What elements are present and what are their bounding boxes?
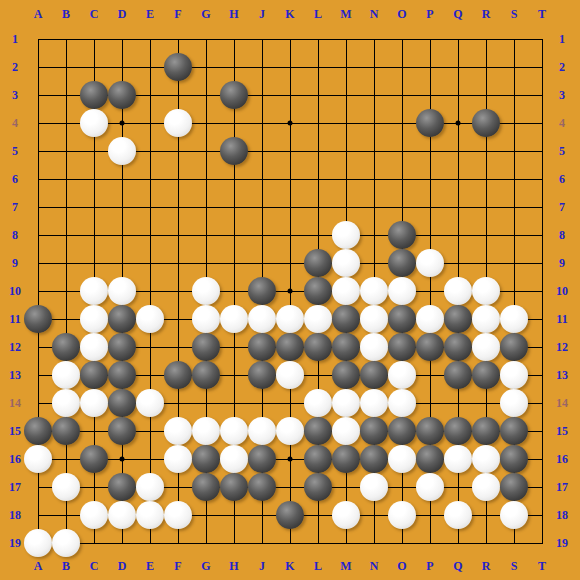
row-label-left-13: 13 <box>9 368 21 383</box>
stone-white-B19[interactable] <box>52 529 80 557</box>
stone-white-O13[interactable] <box>388 361 416 389</box>
col-label-bottom-E: E <box>146 559 154 574</box>
stone-white-M10[interactable] <box>332 277 360 305</box>
stone-black-A15[interactable] <box>24 417 52 445</box>
stone-black-O11[interactable] <box>388 305 416 333</box>
stone-black-L12[interactable] <box>304 333 332 361</box>
stone-white-G10[interactable] <box>192 277 220 305</box>
stone-black-G16[interactable] <box>192 445 220 473</box>
row-label-left-15: 15 <box>9 424 21 439</box>
row-label-right-15: 15 <box>556 424 568 439</box>
row-label-right-12: 12 <box>556 340 568 355</box>
stone-black-D15[interactable] <box>108 417 136 445</box>
stone-white-A16[interactable] <box>24 445 52 473</box>
stone-black-M13[interactable] <box>332 361 360 389</box>
row-label-left-12: 12 <box>9 340 21 355</box>
stone-black-K18[interactable] <box>276 501 304 529</box>
stone-white-F4[interactable] <box>164 109 192 137</box>
stone-white-G15[interactable] <box>192 417 220 445</box>
row-label-left-19: 19 <box>9 536 21 551</box>
col-label-top-R: R <box>482 7 491 22</box>
stone-black-N13[interactable] <box>360 361 388 389</box>
col-label-top-Q: Q <box>453 7 462 22</box>
stone-white-F16[interactable] <box>164 445 192 473</box>
star-point-Q4 <box>456 121 461 126</box>
stone-white-B17[interactable] <box>52 473 80 501</box>
stone-black-L17[interactable] <box>304 473 332 501</box>
stone-white-H11[interactable] <box>220 305 248 333</box>
stone-black-M12[interactable] <box>332 333 360 361</box>
col-label-top-J: J <box>259 7 265 22</box>
row-label-right-17: 17 <box>556 480 568 495</box>
stone-white-S11[interactable] <box>500 305 528 333</box>
stone-black-M16[interactable] <box>332 445 360 473</box>
stone-white-M9[interactable] <box>332 249 360 277</box>
stone-black-K12[interactable] <box>276 333 304 361</box>
stone-black-N16[interactable] <box>360 445 388 473</box>
col-label-top-C: C <box>90 7 99 22</box>
col-label-top-L: L <box>314 7 322 22</box>
stone-black-Q15[interactable] <box>444 417 472 445</box>
row-label-right-8: 8 <box>559 228 565 243</box>
col-label-bottom-B: B <box>62 559 70 574</box>
col-label-bottom-J: J <box>259 559 265 574</box>
stone-black-D17[interactable] <box>108 473 136 501</box>
stone-white-N10[interactable] <box>360 277 388 305</box>
stone-white-R12[interactable] <box>472 333 500 361</box>
stone-white-L14[interactable] <box>304 389 332 417</box>
stone-white-H16[interactable] <box>220 445 248 473</box>
col-label-top-K: K <box>285 7 294 22</box>
stone-black-D11[interactable] <box>108 305 136 333</box>
stone-black-C16[interactable] <box>80 445 108 473</box>
stone-black-H5[interactable] <box>220 137 248 165</box>
row-label-left-11: 11 <box>9 312 20 327</box>
col-label-bottom-T: T <box>538 559 546 574</box>
row-label-right-14: 14 <box>556 396 568 411</box>
stone-white-P11[interactable] <box>416 305 444 333</box>
stone-white-G11[interactable] <box>192 305 220 333</box>
stone-black-L16[interactable] <box>304 445 332 473</box>
col-label-bottom-G: G <box>201 559 210 574</box>
col-label-bottom-A: A <box>34 559 43 574</box>
row-label-left-5: 5 <box>12 144 18 159</box>
stone-white-C10[interactable] <box>80 277 108 305</box>
stone-white-N11[interactable] <box>360 305 388 333</box>
col-label-top-E: E <box>146 7 154 22</box>
stone-white-M8[interactable] <box>332 221 360 249</box>
stone-black-O8[interactable] <box>388 221 416 249</box>
stone-white-F15[interactable] <box>164 417 192 445</box>
stone-white-B13[interactable] <box>52 361 80 389</box>
stone-black-Q13[interactable] <box>444 361 472 389</box>
stone-black-D13[interactable] <box>108 361 136 389</box>
stone-white-S14[interactable] <box>500 389 528 417</box>
row-label-left-9: 9 <box>12 256 18 271</box>
stone-white-E11[interactable] <box>136 305 164 333</box>
stone-white-K15[interactable] <box>276 417 304 445</box>
col-label-bottom-K: K <box>285 559 294 574</box>
col-label-top-S: S <box>511 7 518 22</box>
row-label-right-7: 7 <box>559 200 565 215</box>
stone-black-S16[interactable] <box>500 445 528 473</box>
col-label-bottom-S: S <box>511 559 518 574</box>
stone-black-O15[interactable] <box>388 417 416 445</box>
stone-white-M14[interactable] <box>332 389 360 417</box>
row-label-right-1: 1 <box>559 32 565 47</box>
go-board[interactable]: AABBCCDDEEFFGGHHJJKKLLMMNNOOPPQQRRSSTT11… <box>0 0 580 580</box>
stone-white-A19[interactable] <box>24 529 52 557</box>
stone-black-G17[interactable] <box>192 473 220 501</box>
stone-black-R4[interactable] <box>472 109 500 137</box>
row-label-right-18: 18 <box>556 508 568 523</box>
stone-black-S17[interactable] <box>500 473 528 501</box>
stone-white-N12[interactable] <box>360 333 388 361</box>
row-label-right-6: 6 <box>559 172 565 187</box>
col-label-bottom-C: C <box>90 559 99 574</box>
stone-black-A11[interactable] <box>24 305 52 333</box>
col-label-bottom-P: P <box>426 559 433 574</box>
row-label-right-16: 16 <box>556 452 568 467</box>
stone-white-O14[interactable] <box>388 389 416 417</box>
stone-white-N14[interactable] <box>360 389 388 417</box>
stone-white-F18[interactable] <box>164 501 192 529</box>
row-label-left-16: 16 <box>9 452 21 467</box>
stone-black-L10[interactable] <box>304 277 332 305</box>
col-label-top-F: F <box>174 7 181 22</box>
stone-white-C18[interactable] <box>80 501 108 529</box>
stone-white-R10[interactable] <box>472 277 500 305</box>
stone-black-Q11[interactable] <box>444 305 472 333</box>
row-label-left-2: 2 <box>12 60 18 75</box>
row-label-left-10: 10 <box>9 284 21 299</box>
row-label-left-17: 17 <box>9 480 21 495</box>
row-label-right-9: 9 <box>559 256 565 271</box>
stone-black-H17[interactable] <box>220 473 248 501</box>
stone-white-E18[interactable] <box>136 501 164 529</box>
stone-black-M11[interactable] <box>332 305 360 333</box>
stone-black-P16[interactable] <box>416 445 444 473</box>
stone-white-O18[interactable] <box>388 501 416 529</box>
stone-white-D5[interactable] <box>108 137 136 165</box>
stone-white-E17[interactable] <box>136 473 164 501</box>
col-label-bottom-L: L <box>314 559 322 574</box>
stone-white-Q16[interactable] <box>444 445 472 473</box>
col-label-top-T: T <box>538 7 546 22</box>
stone-white-E14[interactable] <box>136 389 164 417</box>
stone-black-Q12[interactable] <box>444 333 472 361</box>
col-label-bottom-R: R <box>482 559 491 574</box>
stone-white-R11[interactable] <box>472 305 500 333</box>
stone-black-G12[interactable] <box>192 333 220 361</box>
col-label-bottom-N: N <box>370 559 379 574</box>
stone-white-P17[interactable] <box>416 473 444 501</box>
stone-white-D10[interactable] <box>108 277 136 305</box>
stone-white-Q18[interactable] <box>444 501 472 529</box>
stone-black-P12[interactable] <box>416 333 444 361</box>
star-point-K10 <box>288 289 293 294</box>
stone-black-C13[interactable] <box>80 361 108 389</box>
stone-black-G13[interactable] <box>192 361 220 389</box>
stone-white-C14[interactable] <box>80 389 108 417</box>
stone-black-N15[interactable] <box>360 417 388 445</box>
stone-black-S15[interactable] <box>500 417 528 445</box>
col-label-top-A: A <box>34 7 43 22</box>
row-label-left-8: 8 <box>12 228 18 243</box>
stone-black-B12[interactable] <box>52 333 80 361</box>
stone-black-S12[interactable] <box>500 333 528 361</box>
stone-black-D14[interactable] <box>108 389 136 417</box>
stone-black-O12[interactable] <box>388 333 416 361</box>
stone-white-N17[interactable] <box>360 473 388 501</box>
stone-white-J11[interactable] <box>248 305 276 333</box>
stone-white-J15[interactable] <box>248 417 276 445</box>
col-label-bottom-M: M <box>340 559 351 574</box>
star-point-K16 <box>288 457 293 462</box>
col-label-top-B: B <box>62 7 70 22</box>
stone-black-C3[interactable] <box>80 81 108 109</box>
col-label-bottom-O: O <box>397 559 406 574</box>
stone-black-H3[interactable] <box>220 81 248 109</box>
stone-white-K11[interactable] <box>276 305 304 333</box>
stone-black-R13[interactable] <box>472 361 500 389</box>
stone-black-J10[interactable] <box>248 277 276 305</box>
stone-white-M18[interactable] <box>332 501 360 529</box>
row-label-left-7: 7 <box>12 200 18 215</box>
stone-white-C4[interactable] <box>80 109 108 137</box>
col-label-bottom-D: D <box>118 559 127 574</box>
stone-white-B14[interactable] <box>52 389 80 417</box>
col-label-top-P: P <box>426 7 433 22</box>
stone-white-P9[interactable] <box>416 249 444 277</box>
col-label-top-D: D <box>118 7 127 22</box>
stone-black-J17[interactable] <box>248 473 276 501</box>
row-label-right-10: 10 <box>556 284 568 299</box>
col-label-top-M: M <box>340 7 351 22</box>
col-label-bottom-Q: Q <box>453 559 462 574</box>
stone-black-D12[interactable] <box>108 333 136 361</box>
stone-black-R15[interactable] <box>472 417 500 445</box>
stone-black-B15[interactable] <box>52 417 80 445</box>
stone-white-R17[interactable] <box>472 473 500 501</box>
stone-black-L9[interactable] <box>304 249 332 277</box>
stone-white-C11[interactable] <box>80 305 108 333</box>
stone-black-D3[interactable] <box>108 81 136 109</box>
stone-black-F2[interactable] <box>164 53 192 81</box>
stone-white-L11[interactable] <box>304 305 332 333</box>
row-label-right-13: 13 <box>556 368 568 383</box>
col-label-top-G: G <box>201 7 210 22</box>
row-label-right-5: 5 <box>559 144 565 159</box>
stone-black-P15[interactable] <box>416 417 444 445</box>
row-label-right-4: 4 <box>559 116 565 131</box>
row-label-left-18: 18 <box>9 508 21 523</box>
col-label-bottom-H: H <box>229 559 238 574</box>
star-point-D16 <box>120 457 125 462</box>
row-label-right-11: 11 <box>556 312 567 327</box>
stone-black-O9[interactable] <box>388 249 416 277</box>
stone-black-F13[interactable] <box>164 361 192 389</box>
col-label-bottom-F: F <box>174 559 181 574</box>
col-label-top-H: H <box>229 7 238 22</box>
row-label-right-2: 2 <box>559 60 565 75</box>
col-label-top-N: N <box>370 7 379 22</box>
row-label-left-1: 1 <box>12 32 18 47</box>
row-label-left-14: 14 <box>9 396 21 411</box>
stone-black-J13[interactable] <box>248 361 276 389</box>
stone-white-S18[interactable] <box>500 501 528 529</box>
stone-white-C12[interactable] <box>80 333 108 361</box>
stone-black-J12[interactable] <box>248 333 276 361</box>
stone-white-D18[interactable] <box>108 501 136 529</box>
stone-white-M15[interactable] <box>332 417 360 445</box>
star-point-D4 <box>120 121 125 126</box>
stone-black-J16[interactable] <box>248 445 276 473</box>
stone-white-Q10[interactable] <box>444 277 472 305</box>
row-label-left-4: 4 <box>12 116 18 131</box>
star-point-K4 <box>288 121 293 126</box>
stone-white-H15[interactable] <box>220 417 248 445</box>
stone-white-R16[interactable] <box>472 445 500 473</box>
stone-white-S13[interactable] <box>500 361 528 389</box>
row-label-right-19: 19 <box>556 536 568 551</box>
stone-white-O16[interactable] <box>388 445 416 473</box>
stone-black-L15[interactable] <box>304 417 332 445</box>
row-label-right-3: 3 <box>559 88 565 103</box>
stone-white-K13[interactable] <box>276 361 304 389</box>
col-label-top-O: O <box>397 7 406 22</box>
stone-white-O10[interactable] <box>388 277 416 305</box>
stone-black-P4[interactable] <box>416 109 444 137</box>
row-label-left-6: 6 <box>12 172 18 187</box>
row-label-left-3: 3 <box>12 88 18 103</box>
